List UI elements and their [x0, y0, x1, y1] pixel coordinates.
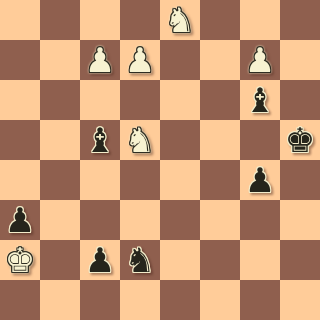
square-g5[interactable] — [240, 120, 280, 160]
square-c1[interactable] — [80, 280, 120, 320]
square-f6[interactable] — [200, 80, 240, 120]
piece-white-knight[interactable]: ♞ — [160, 0, 200, 40]
square-c7[interactable]: ♟ — [80, 40, 120, 80]
square-f4[interactable] — [200, 160, 240, 200]
square-f3[interactable] — [200, 200, 240, 240]
square-b5[interactable] — [40, 120, 80, 160]
square-a7[interactable] — [0, 40, 40, 80]
square-a8[interactable] — [0, 0, 40, 40]
square-h8[interactable] — [280, 0, 320, 40]
square-c4[interactable] — [80, 160, 120, 200]
piece-white-knight[interactable]: ♞ — [120, 120, 160, 160]
square-g7[interactable]: ♟ — [240, 40, 280, 80]
piece-black-bishop[interactable]: ♝ — [80, 120, 120, 160]
square-a6[interactable] — [0, 80, 40, 120]
square-d8[interactable] — [120, 0, 160, 40]
square-h1[interactable] — [280, 280, 320, 320]
square-g2[interactable] — [240, 240, 280, 280]
square-f1[interactable] — [200, 280, 240, 320]
square-f5[interactable] — [200, 120, 240, 160]
square-h4[interactable] — [280, 160, 320, 200]
square-c5[interactable]: ♝ — [80, 120, 120, 160]
square-e7[interactable] — [160, 40, 200, 80]
square-b4[interactable] — [40, 160, 80, 200]
piece-white-pawn[interactable]: ♟ — [240, 40, 280, 80]
square-h7[interactable] — [280, 40, 320, 80]
square-a1[interactable] — [0, 280, 40, 320]
piece-black-king[interactable]: ♚ — [280, 120, 320, 160]
square-d4[interactable] — [120, 160, 160, 200]
square-e1[interactable] — [160, 280, 200, 320]
square-b3[interactable] — [40, 200, 80, 240]
square-c2[interactable]: ♟ — [80, 240, 120, 280]
piece-black-bishop[interactable]: ♝ — [240, 80, 280, 120]
square-a2[interactable]: ♚ — [0, 240, 40, 280]
square-h3[interactable] — [280, 200, 320, 240]
piece-white-pawn[interactable]: ♟ — [120, 40, 160, 80]
square-e8[interactable]: ♞ — [160, 0, 200, 40]
square-h2[interactable] — [280, 240, 320, 280]
square-b1[interactable] — [40, 280, 80, 320]
square-g8[interactable] — [240, 0, 280, 40]
square-c8[interactable] — [80, 0, 120, 40]
square-d5[interactable]: ♞ — [120, 120, 160, 160]
square-c3[interactable] — [80, 200, 120, 240]
piece-black-pawn[interactable]: ♟ — [80, 240, 120, 280]
square-h5[interactable]: ♚ — [280, 120, 320, 160]
piece-white-pawn[interactable]: ♟ — [80, 40, 120, 80]
square-e3[interactable] — [160, 200, 200, 240]
square-f7[interactable] — [200, 40, 240, 80]
square-e4[interactable] — [160, 160, 200, 200]
square-f8[interactable] — [200, 0, 240, 40]
square-d6[interactable] — [120, 80, 160, 120]
square-g4[interactable]: ♟ — [240, 160, 280, 200]
square-a5[interactable] — [0, 120, 40, 160]
square-d7[interactable]: ♟ — [120, 40, 160, 80]
square-g3[interactable] — [240, 200, 280, 240]
piece-black-knight[interactable]: ♞ — [120, 240, 160, 280]
square-d1[interactable] — [120, 280, 160, 320]
square-h6[interactable] — [280, 80, 320, 120]
square-d2[interactable]: ♞ — [120, 240, 160, 280]
piece-black-pawn[interactable]: ♟ — [0, 200, 40, 240]
chess-board: ♞♟♟♟♝♝♞♚♟♟♚♟♞ — [0, 0, 320, 320]
square-g1[interactable] — [240, 280, 280, 320]
square-g6[interactable]: ♝ — [240, 80, 280, 120]
square-a3[interactable]: ♟ — [0, 200, 40, 240]
square-b8[interactable] — [40, 0, 80, 40]
piece-white-king[interactable]: ♚ — [0, 240, 40, 280]
square-e6[interactable] — [160, 80, 200, 120]
square-b2[interactable] — [40, 240, 80, 280]
square-d3[interactable] — [120, 200, 160, 240]
square-b6[interactable] — [40, 80, 80, 120]
square-e5[interactable] — [160, 120, 200, 160]
square-e2[interactable] — [160, 240, 200, 280]
piece-black-pawn[interactable]: ♟ — [240, 160, 280, 200]
square-c6[interactable] — [80, 80, 120, 120]
square-b7[interactable] — [40, 40, 80, 80]
square-a4[interactable] — [0, 160, 40, 200]
square-f2[interactable] — [200, 240, 240, 280]
